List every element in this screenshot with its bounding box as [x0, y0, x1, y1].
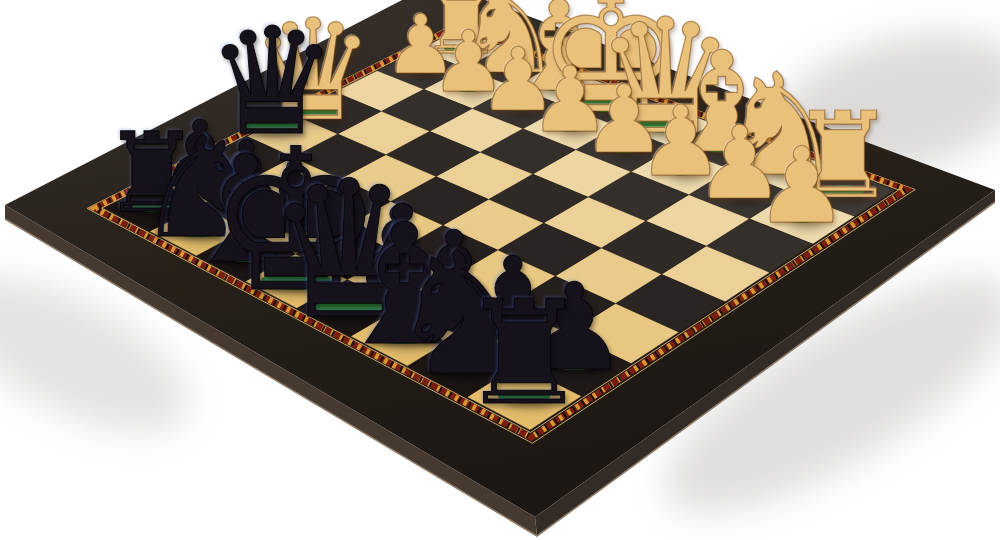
black-rook-glyph: ♜ — [459, 281, 588, 425]
chess-set-photo: ♜♞♝♛♚♝♞♜♟♟♟♟♟♟♟♟♟♟♟♟♟♟♟♟♜♞♝♛♚♝♞♜♛♛ — [0, 0, 1000, 540]
white-pawn-glyph: ♟ — [755, 134, 849, 239]
